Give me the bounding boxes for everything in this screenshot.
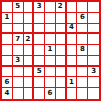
cell-r3c6[interactable] bbox=[56, 24, 67, 35]
cell-r4c1[interactable] bbox=[2, 34, 13, 45]
cell-r7c7[interactable] bbox=[67, 67, 78, 78]
cell-r8c3[interactable] bbox=[24, 77, 35, 88]
cell-r7c2[interactable] bbox=[13, 67, 24, 78]
cell-r5c2[interactable] bbox=[13, 45, 24, 56]
cell-r2c8[interactable]: 6 bbox=[77, 13, 88, 24]
cell-r4c5[interactable] bbox=[45, 34, 56, 45]
cell-r4c2[interactable]: 7 bbox=[13, 34, 24, 45]
cell-r5c8[interactable]: 8 bbox=[77, 45, 88, 56]
cell-r1c7[interactable] bbox=[67, 2, 78, 13]
cell-r1c2[interactable]: 5 bbox=[13, 2, 24, 13]
cell-r1c1[interactable] bbox=[2, 2, 13, 13]
cell-r9c3[interactable] bbox=[24, 88, 35, 99]
cell-r7c5[interactable] bbox=[45, 67, 56, 78]
cell-r6c7[interactable] bbox=[67, 56, 78, 67]
cell-r2c2[interactable] bbox=[13, 13, 24, 24]
cell-r6c4[interactable] bbox=[34, 56, 45, 67]
cell-r9c5[interactable]: 6 bbox=[45, 88, 56, 99]
cell-r1c8[interactable] bbox=[77, 2, 88, 13]
cell-r4c6[interactable] bbox=[56, 34, 67, 45]
sudoku-board: 53216472183536146 bbox=[0, 0, 101, 101]
cell-r2c5[interactable] bbox=[45, 13, 56, 24]
cell-r7c6[interactable] bbox=[56, 67, 67, 78]
cell-r1c4[interactable]: 3 bbox=[34, 2, 45, 13]
cell-r3c2[interactable] bbox=[13, 24, 24, 35]
cell-r6c1[interactable] bbox=[2, 56, 13, 67]
cell-r9c4[interactable] bbox=[34, 88, 45, 99]
cell-r3c3[interactable] bbox=[24, 24, 35, 35]
cell-r1c9[interactable] bbox=[88, 2, 99, 13]
cell-r3c9[interactable] bbox=[88, 24, 99, 35]
cell-r4c9[interactable] bbox=[88, 34, 99, 45]
cell-r3c5[interactable] bbox=[45, 24, 56, 35]
cell-r5c9[interactable] bbox=[88, 45, 99, 56]
cell-r1c6[interactable]: 2 bbox=[56, 2, 67, 13]
cell-r9c9[interactable] bbox=[88, 88, 99, 99]
cell-r4c7[interactable] bbox=[67, 34, 78, 45]
cell-r4c3[interactable]: 2 bbox=[24, 34, 35, 45]
cell-r2c4[interactable] bbox=[34, 13, 45, 24]
cell-r8c6[interactable] bbox=[56, 77, 67, 88]
cell-r5c4[interactable] bbox=[34, 45, 45, 56]
cell-r3c7[interactable]: 4 bbox=[67, 24, 78, 35]
cell-r8c9[interactable] bbox=[88, 77, 99, 88]
cell-r6c8[interactable] bbox=[77, 56, 88, 67]
cell-r4c8[interactable] bbox=[77, 34, 88, 45]
cell-r8c1[interactable]: 6 bbox=[2, 77, 13, 88]
cell-r8c7[interactable]: 1 bbox=[67, 77, 78, 88]
cell-r5c3[interactable] bbox=[24, 45, 35, 56]
cell-r2c1[interactable]: 1 bbox=[2, 13, 13, 24]
cell-r8c4[interactable] bbox=[34, 77, 45, 88]
cell-r9c7[interactable] bbox=[67, 88, 78, 99]
cell-r3c1[interactable] bbox=[2, 24, 13, 35]
cell-r3c8[interactable] bbox=[77, 24, 88, 35]
cell-r8c2[interactable] bbox=[13, 77, 24, 88]
cell-r6c2[interactable]: 3 bbox=[13, 56, 24, 67]
cell-r5c6[interactable] bbox=[56, 45, 67, 56]
cell-r6c6[interactable] bbox=[56, 56, 67, 67]
cell-r6c3[interactable] bbox=[24, 56, 35, 67]
cell-r8c5[interactable] bbox=[45, 77, 56, 88]
cell-r2c7[interactable] bbox=[67, 13, 78, 24]
cell-r2c6[interactable] bbox=[56, 13, 67, 24]
cell-r1c5[interactable] bbox=[45, 2, 56, 13]
cell-r5c7[interactable] bbox=[67, 45, 78, 56]
cell-r9c2[interactable] bbox=[13, 88, 24, 99]
cell-r2c3[interactable] bbox=[24, 13, 35, 24]
cell-r9c6[interactable] bbox=[56, 88, 67, 99]
cell-r5c1[interactable] bbox=[2, 45, 13, 56]
cell-r6c5[interactable] bbox=[45, 56, 56, 67]
cell-r9c8[interactable] bbox=[77, 88, 88, 99]
cell-r7c8[interactable] bbox=[77, 67, 88, 78]
cell-r5c5[interactable]: 1 bbox=[45, 45, 56, 56]
cell-r4c4[interactable] bbox=[34, 34, 45, 45]
cell-r7c4[interactable]: 5 bbox=[34, 67, 45, 78]
cell-r8c8[interactable] bbox=[77, 77, 88, 88]
cell-r6c9[interactable] bbox=[88, 56, 99, 67]
cell-r2c9[interactable] bbox=[88, 13, 99, 24]
cell-r7c9[interactable]: 3 bbox=[88, 67, 99, 78]
cell-r7c3[interactable] bbox=[24, 67, 35, 78]
cell-r9c1[interactable]: 4 bbox=[2, 88, 13, 99]
cell-r1c3[interactable] bbox=[24, 2, 35, 13]
cell-r7c1[interactable] bbox=[2, 67, 13, 78]
cell-r3c4[interactable] bbox=[34, 24, 45, 35]
